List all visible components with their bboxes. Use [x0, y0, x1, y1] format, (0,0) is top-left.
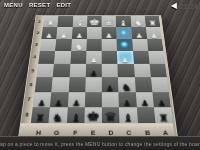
square-d1[interactable]: ♛ [102, 16, 117, 27]
piece-bK-e8[interactable]: ♚ [86, 110, 100, 123]
file-label-e: E [84, 124, 102, 136]
file-label-g: G [47, 124, 66, 136]
square-a8[interactable]: ♜ [154, 107, 173, 123]
square-b3[interactable] [132, 39, 148, 51]
piece-wB-c1[interactable]: ♝ [119, 20, 129, 27]
top-menu-bar: MENU RESET EDIT [4, 2, 71, 8]
top-right-controls: ◀ 22:24 [171, 2, 198, 10]
square-b6[interactable] [134, 77, 152, 91]
square-g2[interactable]: ♟ [56, 27, 72, 39]
square-a6[interactable] [151, 77, 169, 91]
square-d5[interactable] [102, 64, 118, 78]
piece-wP-h2[interactable]: ♟ [45, 33, 53, 39]
reset-button[interactable]: RESET [29, 2, 51, 8]
square-e3[interactable] [86, 39, 101, 51]
square-e1[interactable]: ♚ [87, 16, 102, 27]
square-b8[interactable] [136, 107, 155, 123]
square-e4[interactable]: ♟ [86, 51, 102, 64]
square-h5[interactable] [37, 64, 55, 78]
square-a7[interactable]: ♟ [152, 92, 171, 107]
square-h3[interactable] [40, 39, 57, 51]
square-c5[interactable] [118, 64, 135, 78]
square-f5[interactable] [69, 64, 86, 78]
square-h1[interactable]: ♜ [43, 16, 59, 27]
square-b2[interactable]: ♟ [131, 27, 147, 39]
square-d8[interactable]: ♛ [102, 107, 120, 123]
piece-wP-f2[interactable]: ♟ [75, 33, 83, 39]
square-c3[interactable] [117, 39, 133, 51]
square-c7[interactable]: ♟ [119, 92, 137, 107]
square-e5[interactable]: ♟ [85, 64, 101, 78]
piece-wP-g2[interactable]: ♟ [60, 33, 68, 39]
square-c8[interactable]: ♝ [119, 107, 137, 123]
square-c6[interactable]: ♞ [118, 77, 135, 91]
square-h6[interactable] [35, 77, 53, 91]
square-f3[interactable]: ♞ [71, 39, 87, 51]
piece-wP-c4[interactable]: ♟ [121, 57, 129, 64]
square-d4[interactable] [102, 51, 118, 64]
piece-wK-e1[interactable]: ♚ [88, 18, 100, 27]
move-hint-orb[interactable] [120, 30, 128, 36]
move-hint-orb[interactable] [120, 42, 129, 48]
square-g5[interactable] [53, 64, 70, 78]
square-h4[interactable] [38, 51, 55, 64]
piece-bP-b7[interactable]: ♟ [140, 99, 149, 107]
piece-bR-h8[interactable]: ♜ [34, 113, 45, 123]
square-e2[interactable] [87, 27, 102, 39]
piece-bQ-d8[interactable]: ♛ [104, 111, 117, 123]
square-f7[interactable]: ♟ [67, 92, 85, 107]
square-d7[interactable] [102, 92, 119, 107]
piece-wR-a1[interactable]: ♜ [148, 20, 157, 27]
piece-bN-c6[interactable]: ♞ [121, 82, 132, 91]
square-d6[interactable]: ♟ [102, 77, 119, 91]
back-arrow-icon[interactable]: ◀ [171, 2, 177, 10]
file-label-f: F [66, 124, 85, 136]
menu-button[interactable]: MENU [4, 2, 23, 8]
edit-button[interactable]: EDIT [56, 2, 71, 8]
piece-bP-h7[interactable]: ♟ [37, 99, 46, 107]
piece-bP-d6[interactable]: ♟ [106, 84, 114, 91]
file-label-a: A [155, 124, 174, 136]
file-labels: HGFEDCBA [19, 123, 174, 136]
square-e8[interactable]: ♚ [84, 107, 102, 123]
square-h8[interactable]: ♜ [31, 107, 50, 123]
piece-wP-e4[interactable]: ♟ [90, 57, 98, 64]
chessboard: 12345678 ♜♝♚♛♝♞♜♟♟♟♟♟♟♞♟♟♟♟♞♟♟♟♟♟♟♜♞♝♚♛♝… [18, 15, 178, 138]
piece-bR-a8[interactable]: ♜ [158, 113, 170, 123]
square-c2[interactable] [116, 27, 131, 39]
file-label-b: B [138, 124, 157, 136]
piece-wR-h1[interactable]: ♜ [46, 20, 55, 27]
square-a3[interactable] [147, 39, 164, 51]
square-h2[interactable]: ♟ [41, 27, 57, 39]
piece-wB-f1[interactable]: ♝ [75, 20, 85, 27]
piece-bP-e5[interactable]: ♟ [90, 70, 98, 77]
square-b1[interactable]: ♞ [130, 16, 145, 27]
piece-bP-c7[interactable]: ♟ [123, 99, 132, 107]
square-a2[interactable]: ♟ [146, 27, 162, 39]
square-b7[interactable]: ♟ [135, 92, 153, 107]
square-g1[interactable] [58, 16, 73, 27]
square-c1[interactable]: ♝ [116, 16, 131, 27]
piece-bP-a7[interactable]: ♟ [157, 99, 166, 107]
piece-bB-f8[interactable]: ♝ [70, 113, 82, 124]
square-e6[interactable] [85, 77, 102, 91]
square-d2[interactable]: ♟ [102, 27, 117, 39]
app-window: MENU RESET EDIT ◀ 22:24 12345678 ♜♝♚♛♝♞♜… [0, 0, 200, 150]
square-g8[interactable]: ♞ [49, 107, 68, 123]
square-f6[interactable] [68, 77, 85, 91]
status-bar: Tap on a piece to move it, press the MEN… [0, 136, 200, 150]
square-e7[interactable] [85, 92, 102, 107]
square-a1[interactable]: ♜ [145, 16, 161, 27]
piece-wP-a2[interactable]: ♟ [150, 33, 158, 39]
status-text: Tap on a piece to move it, press the MEN… [0, 141, 200, 147]
square-b4[interactable] [133, 51, 150, 64]
square-h7[interactable]: ♟ [33, 92, 52, 107]
square-f4[interactable] [70, 51, 86, 64]
square-f1[interactable]: ♝ [72, 16, 87, 27]
square-b5[interactable] [133, 64, 150, 78]
piece-wN-f3[interactable]: ♞ [74, 43, 84, 51]
file-label-h: H [29, 124, 48, 136]
square-g4[interactable] [54, 51, 71, 64]
file-label-c: C [120, 124, 139, 136]
square-d3[interactable] [102, 39, 117, 51]
square-g3[interactable] [55, 39, 71, 51]
square-a5[interactable] [149, 64, 167, 78]
square-f8[interactable]: ♝ [66, 107, 84, 123]
file-label-d: D [102, 124, 120, 136]
piece-wQ-d1[interactable]: ♛ [103, 19, 114, 27]
square-a4[interactable] [148, 51, 165, 64]
square-c4[interactable]: ♟ [117, 51, 133, 64]
piece-wN-b1[interactable]: ♞ [133, 20, 143, 27]
piece-bP-f7[interactable]: ♟ [72, 99, 81, 107]
piece-wP-d2[interactable]: ♟ [105, 33, 112, 39]
board-grid[interactable]: ♜♝♚♛♝♞♜♟♟♟♟♟♟♞♟♟♟♟♞♟♟♟♟♟♟♜♞♝♚♛♝♜ [31, 16, 173, 123]
square-g7[interactable]: ♟ [50, 92, 68, 107]
piece-bB-c8[interactable]: ♝ [122, 113, 134, 124]
chessboard-3d-scene: 12345678 ♜♝♚♛♝♞♜♟♟♟♟♟♟♞♟♟♟♟♞♟♟♟♟♟♟♜♞♝♚♛♝… [14, 0, 186, 140]
piece-wP-b2[interactable]: ♟ [135, 33, 143, 39]
piece-bN-g8[interactable]: ♞ [52, 113, 64, 124]
piece-bP-g7[interactable]: ♟ [55, 99, 64, 107]
square-g6[interactable] [52, 77, 70, 91]
game-timer: 22:24 [180, 3, 198, 10]
square-f2[interactable]: ♟ [72, 27, 87, 39]
